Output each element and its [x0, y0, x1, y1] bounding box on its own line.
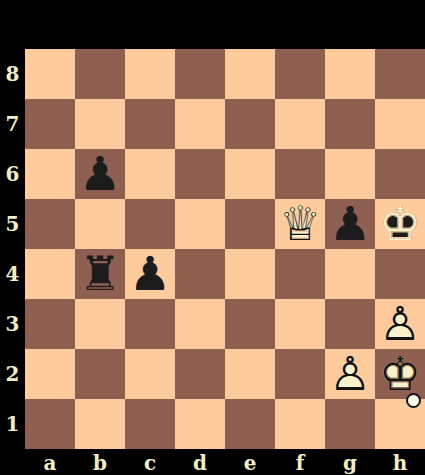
- rank-label-1: 1: [0, 399, 25, 449]
- square-f4[interactable]: [275, 249, 325, 299]
- square-b3[interactable]: [75, 299, 125, 349]
- square-c4[interactable]: ♟: [125, 249, 175, 299]
- rank-label-8: 8: [0, 49, 25, 99]
- file-label-c: c: [125, 449, 175, 475]
- square-b5[interactable]: [75, 199, 125, 249]
- piece-white-king-h2[interactable]: ♚♔: [375, 349, 425, 399]
- square-e4[interactable]: [225, 249, 275, 299]
- square-a2[interactable]: [25, 349, 75, 399]
- square-e8[interactable]: [225, 49, 275, 99]
- square-c3[interactable]: [125, 299, 175, 349]
- rank-label-2: 2: [0, 349, 25, 399]
- square-h8[interactable]: [375, 49, 425, 99]
- square-e1[interactable]: [225, 399, 275, 449]
- square-e3[interactable]: [225, 299, 275, 349]
- square-d2[interactable]: [175, 349, 225, 399]
- chess-board: ♟♛♕♟♚♔♜♟♟♙♟♙♚♔: [25, 49, 425, 449]
- square-e7[interactable]: [225, 99, 275, 149]
- square-d4[interactable]: [175, 249, 225, 299]
- piece-black-pawn-b6[interactable]: ♟: [75, 149, 125, 199]
- square-b7[interactable]: [75, 99, 125, 149]
- square-d1[interactable]: [175, 399, 225, 449]
- piece-black-rook-b4[interactable]: ♜: [75, 249, 125, 299]
- piece-black-king-h5[interactable]: ♚♔: [375, 199, 425, 249]
- square-f7[interactable]: [275, 99, 325, 149]
- square-h5[interactable]: ♚♔: [375, 199, 425, 249]
- square-h4[interactable]: [375, 249, 425, 299]
- square-e5[interactable]: [225, 199, 275, 249]
- square-h2[interactable]: ♚♔: [375, 349, 425, 399]
- rank-label-4: 4: [0, 249, 25, 299]
- square-c8[interactable]: [125, 49, 175, 99]
- square-g6[interactable]: [325, 149, 375, 199]
- file-label-g: g: [325, 449, 375, 475]
- file-labels: abcdefgh: [25, 449, 425, 475]
- square-a1[interactable]: [25, 399, 75, 449]
- square-f5[interactable]: ♛♕: [275, 199, 325, 249]
- square-d6[interactable]: [175, 149, 225, 199]
- square-g8[interactable]: [325, 49, 375, 99]
- square-h7[interactable]: [375, 99, 425, 149]
- piece-white-queen-f5[interactable]: ♛♕: [275, 199, 325, 249]
- square-d8[interactable]: [175, 49, 225, 99]
- square-d7[interactable]: [175, 99, 225, 149]
- square-f8[interactable]: [275, 49, 325, 99]
- square-a3[interactable]: [25, 299, 75, 349]
- square-f1[interactable]: [275, 399, 325, 449]
- square-b2[interactable]: [75, 349, 125, 399]
- square-g4[interactable]: [325, 249, 375, 299]
- square-a7[interactable]: [25, 99, 75, 149]
- piece-white-pawn-h3[interactable]: ♟♙: [375, 299, 425, 349]
- file-label-d: d: [175, 449, 225, 475]
- rank-label-7: 7: [0, 99, 25, 149]
- file-label-a: a: [25, 449, 75, 475]
- square-c7[interactable]: [125, 99, 175, 149]
- piece-white-pawn-g2[interactable]: ♟♙: [325, 349, 375, 399]
- square-f6[interactable]: [275, 149, 325, 199]
- file-label-e: e: [225, 449, 275, 475]
- square-f3[interactable]: [275, 299, 325, 349]
- square-a8[interactable]: [25, 49, 75, 99]
- rank-labels: 87654321: [0, 49, 25, 449]
- square-g5[interactable]: ♟: [325, 199, 375, 249]
- rank-label-5: 5: [0, 199, 25, 249]
- rank-label-6: 6: [0, 149, 25, 199]
- square-e2[interactable]: [225, 349, 275, 399]
- square-g7[interactable]: [325, 99, 375, 149]
- square-b8[interactable]: [75, 49, 125, 99]
- file-label-f: f: [275, 449, 325, 475]
- square-h6[interactable]: [375, 149, 425, 199]
- square-h3[interactable]: ♟♙: [375, 299, 425, 349]
- square-g1[interactable]: [325, 399, 375, 449]
- square-d5[interactable]: [175, 199, 225, 249]
- white-to-move-indicator: [406, 393, 421, 408]
- file-label-h: h: [375, 449, 425, 475]
- square-c6[interactable]: [125, 149, 175, 199]
- piece-black-pawn-g5[interactable]: ♟: [325, 199, 375, 249]
- square-c2[interactable]: [125, 349, 175, 399]
- square-f2[interactable]: [275, 349, 325, 399]
- square-c1[interactable]: [125, 399, 175, 449]
- square-g2[interactable]: ♟♙: [325, 349, 375, 399]
- square-b1[interactable]: [75, 399, 125, 449]
- square-d3[interactable]: [175, 299, 225, 349]
- square-b4[interactable]: ♜: [75, 249, 125, 299]
- square-a5[interactable]: [25, 199, 75, 249]
- square-b6[interactable]: ♟: [75, 149, 125, 199]
- rank-label-3: 3: [0, 299, 25, 349]
- square-c5[interactable]: [125, 199, 175, 249]
- square-g3[interactable]: [325, 299, 375, 349]
- piece-black-pawn-c4[interactable]: ♟: [125, 249, 175, 299]
- square-e6[interactable]: [225, 149, 275, 199]
- square-a4[interactable]: [25, 249, 75, 299]
- square-a6[interactable]: [25, 149, 75, 199]
- chess-diagram: 87654321 ♟♛♕♟♚♔♜♟♟♙♟♙♚♔ abcdefgh: [0, 0, 425, 475]
- file-label-b: b: [75, 449, 125, 475]
